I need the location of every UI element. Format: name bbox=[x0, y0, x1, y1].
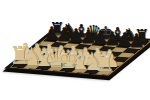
piece-black-pawn-h7: ♟ bbox=[128, 31, 145, 50]
pieces-layer: ♜♞♝♛♚♝♞♜♟♟♟♟♟♟♟♟♟♟♟♟♟♟♟♟♜♞♝♛♚♝♞♜ bbox=[0, 0, 150, 100]
piece-white-rook-h1: ♜ bbox=[94, 51, 116, 75]
chess-set-product-photo: ♜♞♝♛♚♝♞♜♟♟♟♟♟♟♟♟♟♟♟♟♟♟♟♟♜♞♝♛♚♝♞♜ bbox=[0, 0, 150, 100]
